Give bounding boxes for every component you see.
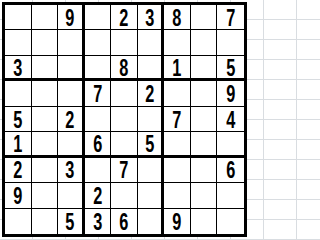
given-digit: 9 xyxy=(226,81,235,106)
cell-r7c2[interactable] xyxy=(32,158,59,183)
cell-r2c3[interactable] xyxy=(58,30,85,55)
cell-r7c3[interactable]: 3 xyxy=(58,158,85,183)
cell-r1c4[interactable] xyxy=(85,5,112,30)
cell-r1c9[interactable]: 7 xyxy=(217,5,244,30)
given-digit: 3 xyxy=(65,158,74,183)
cell-r8c7[interactable] xyxy=(164,183,191,208)
cell-r3c7[interactable]: 1 xyxy=(164,56,191,81)
cell-r5c8[interactable] xyxy=(191,107,218,132)
cell-r9c9[interactable] xyxy=(217,209,244,234)
cell-r4c5[interactable] xyxy=(111,81,138,106)
cell-r6c4[interactable]: 6 xyxy=(85,132,112,157)
cell-r2c2[interactable] xyxy=(32,30,59,55)
cell-r1c3[interactable]: 9 xyxy=(58,5,85,30)
given-digit: 9 xyxy=(13,183,22,208)
cell-r3c1[interactable]: 3 xyxy=(5,56,32,81)
cell-r3c5[interactable]: 8 xyxy=(111,56,138,81)
cell-r3c9[interactable]: 5 xyxy=(217,56,244,81)
cell-r6c1[interactable]: 1 xyxy=(5,132,32,157)
cell-r7c4[interactable] xyxy=(85,158,112,183)
cell-r6c9[interactable] xyxy=(217,132,244,157)
given-digit: 5 xyxy=(145,132,154,156)
given-digit: 3 xyxy=(93,209,102,234)
given-digit: 4 xyxy=(226,107,235,132)
cell-r7c5[interactable]: 7 xyxy=(111,158,138,183)
given-digit: 5 xyxy=(226,56,235,80)
cell-r9c1[interactable] xyxy=(5,209,32,234)
cell-r2c9[interactable] xyxy=(217,30,244,55)
cell-r8c4[interactable]: 2 xyxy=(85,183,112,208)
cell-r8c5[interactable] xyxy=(111,183,138,208)
cell-r7c9[interactable]: 6 xyxy=(217,158,244,183)
given-digit: 2 xyxy=(65,107,74,132)
cell-r3c8[interactable] xyxy=(191,56,218,81)
given-digit: 9 xyxy=(173,209,182,234)
given-digit: 5 xyxy=(65,209,74,234)
cell-r3c6[interactable] xyxy=(138,56,165,81)
cell-r1c1[interactable] xyxy=(5,5,32,30)
cell-r2c5[interactable] xyxy=(111,30,138,55)
given-digit: 6 xyxy=(226,158,235,183)
cell-r9c2[interactable] xyxy=(32,209,59,234)
cell-r6c5[interactable] xyxy=(111,132,138,157)
cell-r1c8[interactable] xyxy=(191,5,218,30)
cell-r1c7[interactable]: 8 xyxy=(164,5,191,30)
given-digit: 3 xyxy=(13,56,22,80)
cell-r4c4[interactable]: 7 xyxy=(85,81,112,106)
cell-r9c5[interactable]: 6 xyxy=(111,209,138,234)
cell-r4c1[interactable] xyxy=(5,81,32,106)
cell-r9c7[interactable]: 9 xyxy=(164,209,191,234)
given-digit: 9 xyxy=(65,5,74,30)
cell-r5c2[interactable] xyxy=(32,107,59,132)
cell-r9c3[interactable]: 5 xyxy=(58,209,85,234)
given-digit: 7 xyxy=(119,158,128,183)
cell-r5c7[interactable]: 7 xyxy=(164,107,191,132)
cell-r3c2[interactable] xyxy=(32,56,59,81)
cell-r1c6[interactable]: 3 xyxy=(138,5,165,30)
cell-r3c4[interactable] xyxy=(85,56,112,81)
cell-r5c6[interactable] xyxy=(138,107,165,132)
given-digit: 1 xyxy=(173,56,182,80)
cell-r8c8[interactable] xyxy=(191,183,218,208)
cell-r8c2[interactable] xyxy=(32,183,59,208)
cell-r5c5[interactable] xyxy=(111,107,138,132)
cell-r9c8[interactable] xyxy=(191,209,218,234)
cell-r9c4[interactable]: 3 xyxy=(85,209,112,234)
cell-r6c3[interactable] xyxy=(58,132,85,157)
given-digit: 1 xyxy=(13,132,22,156)
cell-r5c1[interactable]: 5 xyxy=(5,107,32,132)
cell-r7c6[interactable] xyxy=(138,158,165,183)
cell-r2c7[interactable] xyxy=(164,30,191,55)
cell-r2c6[interactable] xyxy=(138,30,165,55)
cell-r1c5[interactable]: 2 xyxy=(111,5,138,30)
cell-r7c1[interactable]: 2 xyxy=(5,158,32,183)
given-digit: 6 xyxy=(93,132,102,156)
given-digit: 2 xyxy=(119,5,128,30)
cell-r8c3[interactable] xyxy=(58,183,85,208)
given-digit: 2 xyxy=(145,81,154,106)
cell-r5c4[interactable] xyxy=(85,107,112,132)
cell-r5c3[interactable]: 2 xyxy=(58,107,85,132)
cell-r2c8[interactable] xyxy=(191,30,218,55)
cell-r4c3[interactable] xyxy=(58,81,85,106)
given-digit: 3 xyxy=(145,5,154,30)
cell-r4c7[interactable] xyxy=(164,81,191,106)
cell-r6c7[interactable] xyxy=(164,132,191,157)
cell-r8c6[interactable] xyxy=(138,183,165,208)
given-digit: 6 xyxy=(119,209,128,234)
given-digit: 8 xyxy=(119,56,128,80)
cell-r2c4[interactable] xyxy=(85,30,112,55)
cell-r8c1[interactable]: 9 xyxy=(5,183,32,208)
sudoku-board: 92387381572952741652376925369 xyxy=(2,2,247,237)
cell-r3c3[interactable] xyxy=(58,56,85,81)
cell-r6c6[interactable]: 5 xyxy=(138,132,165,157)
cell-r7c8[interactable] xyxy=(191,158,218,183)
cell-r4c8[interactable] xyxy=(191,81,218,106)
cell-r2c1[interactable] xyxy=(5,30,32,55)
cell-r4c2[interactable] xyxy=(32,81,59,106)
cell-r4c9[interactable]: 9 xyxy=(217,81,244,106)
cell-r6c2[interactable] xyxy=(32,132,59,157)
given-digit: 5 xyxy=(13,107,22,132)
given-digit: 7 xyxy=(226,5,235,30)
cell-r5c9[interactable]: 4 xyxy=(217,107,244,132)
given-digit: 7 xyxy=(173,107,182,132)
cell-r1c2[interactable] xyxy=(32,5,59,30)
cell-r6c8[interactable] xyxy=(191,132,218,157)
cell-r8c9[interactable] xyxy=(217,183,244,208)
cell-r7c7[interactable] xyxy=(164,158,191,183)
given-digit: 8 xyxy=(173,5,182,30)
given-digit: 2 xyxy=(93,183,102,208)
given-digit: 2 xyxy=(13,158,22,183)
cell-r9c6[interactable] xyxy=(138,209,165,234)
given-digit: 7 xyxy=(93,81,102,106)
cell-r4c6[interactable]: 2 xyxy=(138,81,165,106)
